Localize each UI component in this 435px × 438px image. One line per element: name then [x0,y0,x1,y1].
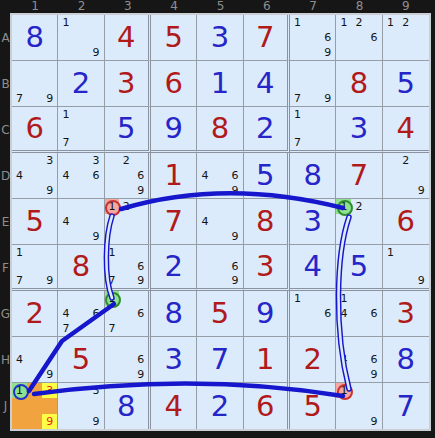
cell-H6[interactable]: 1 [244,337,290,383]
candidate-empty [58,398,73,413]
candidate-empty [89,321,104,336]
cell-J5[interactable]: 2 [197,383,243,429]
candidate-empty [119,337,133,352]
candidate-grid: 269 [105,153,148,198]
candidate-empty [105,229,119,244]
cell-value: 3 [336,107,381,150]
candidate-7: 7 [12,274,27,288]
candidate-7: 7 [58,321,73,336]
candidate-6: 6 [134,352,148,367]
cell-E3[interactable]: 12 [105,199,151,245]
candidate-9: 9 [414,183,429,198]
cell-A5[interactable]: 3 [197,15,243,61]
cell-G9[interactable]: 3 [383,291,429,337]
cell-H8[interactable]: 469 [336,337,382,383]
cell-value: 7 [336,153,381,198]
cell-E8[interactable]: 12 [336,199,382,245]
candidate-empty [414,259,429,273]
cell-value: 8 [336,61,381,106]
candidate-1-marked: 1 [12,383,27,398]
cell-A2[interactable]: 19 [58,15,104,61]
candidate-digit: 9 [371,368,378,381]
candidate-empty [73,121,88,135]
candidate-3-marked: 3 [42,383,57,398]
candidate-9-marked: 9 [42,414,57,429]
candidate-grid: 49 [12,337,57,382]
candidate-empty [351,398,366,413]
candidate-digit: 9 [137,368,144,381]
candidate-empty [27,274,42,288]
cell-B3[interactable]: 3 [105,61,151,107]
cell-B5[interactable]: 1 [197,61,243,107]
candidate-1-marked: 1 [105,291,119,306]
cell-F8[interactable]: 5 [336,245,382,291]
candidate-grid: 19 [383,245,429,288]
candidate-empty [105,259,119,273]
candidate-empty [119,183,133,198]
candidate-empty [119,245,133,259]
candidate-empty [12,153,27,168]
candidate-3: 3 [89,153,104,168]
candidate-empty [351,30,366,45]
candidate-4: 4 [336,352,351,367]
candidate-empty [367,45,382,60]
candidate-3: 3 [89,383,104,398]
candidate-6: 6 [320,306,335,321]
cell-H3[interactable]: 69 [105,337,151,383]
cell-value: 8 [290,153,335,198]
candidate-empty [320,61,335,76]
candidate-empty [290,45,305,60]
cell-J7[interactable]: 5 [290,383,336,429]
candidate-empty [351,214,366,229]
candidate-empty [58,121,73,135]
candidate-empty [12,367,27,382]
cell-C8[interactable]: 3 [336,107,382,153]
candidate-empty [212,153,227,168]
candidate-9: 9 [367,414,382,429]
candidate-empty [414,15,429,30]
candidate-empty [351,414,366,429]
candidate-grid: 79 [12,61,57,106]
candidate-9: 9 [228,183,243,198]
candidate-empty [105,337,119,352]
cell-value: 9 [244,291,287,336]
candidate-digit: 6 [232,260,239,273]
cell-C6[interactable]: 2 [244,107,290,153]
candidate-digit: 1 [16,384,23,397]
candidate-empty [305,30,320,45]
candidate-empty [119,291,133,306]
candidate-empty [58,30,73,45]
candidate-empty [105,168,119,183]
cell-H4[interactable]: 3 [151,337,197,383]
candidate-digit: 9 [93,415,100,428]
candidate-digit: 9 [324,92,331,105]
candidate-4: 4 [197,168,212,183]
cell-A9[interactable]: 12 [383,15,429,61]
candidate-empty [73,153,88,168]
candidate-6: 6 [89,168,104,183]
candidate-empty [336,45,351,60]
candidate-empty [320,321,335,336]
cell-value: 2 [197,383,242,429]
cell-J8[interactable]: 19 [336,383,382,429]
candidate-7: 7 [290,91,305,106]
candidate-digit: 7 [16,274,23,287]
candidate-empty [12,398,27,413]
candidate-empty [305,321,320,336]
cell-A4[interactable]: 5 [151,15,197,61]
cell-value: 4 [290,245,335,288]
candidate-empty [119,367,133,382]
cell-B8[interactable]: 8 [336,61,382,107]
candidate-empty [134,337,148,352]
candidate-digit: 7 [62,322,69,335]
cell-J4[interactable]: 4 [151,383,197,429]
candidate-empty [212,259,227,273]
candidate-empty [320,15,335,30]
candidate-7: 7 [105,321,119,336]
cell-B9[interactable]: 5 [383,61,429,107]
candidate-empty [27,153,42,168]
cell-D9[interactable]: 29 [383,153,429,199]
cell-F6[interactable]: 3 [244,245,290,291]
candidate-digit: 4 [16,353,23,366]
cell-value: 5 [244,153,287,198]
candidate-1: 1 [58,107,73,121]
candidate-1: 1 [383,245,398,259]
candidate-digit: 6 [137,169,144,182]
cell-B1[interactable]: 79 [12,61,58,107]
cell-value: 3 [197,15,242,60]
candidate-empty [27,352,42,367]
cell-F2[interactable]: 8 [58,245,104,291]
cell-A3[interactable]: 4 [105,15,151,61]
cell-F1[interactable]: 179 [12,245,58,291]
cell-J1[interactable]: 139 [12,383,58,429]
candidate-1: 1 [290,15,305,30]
candidate-empty [12,76,27,91]
candidate-empty [12,414,27,429]
candidate-empty [12,259,27,273]
cell-J3[interactable]: 8 [105,383,151,429]
cell-B6[interactable]: 4 [244,61,290,107]
candidate-empty [228,199,243,214]
cell-E9[interactable]: 6 [383,199,429,245]
cell-E4[interactable]: 7 [151,199,197,245]
candidate-digit: 9 [46,92,53,105]
cell-value: 4 [244,61,287,106]
cell-D4[interactable]: 1 [151,153,197,199]
candidate-empty [89,214,104,229]
cell-value: 8 [383,337,429,382]
candidate-empty [351,352,366,367]
candidate-empty [212,245,227,259]
candidate-empty [212,229,227,244]
candidate-empty [351,321,366,336]
candidate-digit: 1 [387,246,394,259]
cell-J2[interactable]: 39 [58,383,104,429]
candidate-empty [134,199,148,214]
cell-E2[interactable]: 49 [58,199,104,245]
candidate-empty [398,183,413,198]
candidate-empty [89,15,104,30]
candidate-empty [305,107,320,121]
cell-G4[interactable]: 8 [151,291,197,337]
candidate-6: 6 [320,30,335,45]
candidate-empty [12,337,27,352]
cell-C1[interactable]: 6 [12,107,58,153]
candidate-digit: 4 [340,307,347,320]
candidate-empty [367,398,382,413]
cell-E1[interactable]: 5 [12,199,58,245]
candidate-empty [197,153,212,168]
candidate-1: 1 [12,245,27,259]
candidate-empty [73,291,88,306]
candidate-digit: 9 [46,274,53,287]
candidate-grid: 69 [105,337,148,382]
cell-D6[interactable]: 5 [244,153,290,199]
candidate-empty [27,414,42,429]
candidate-empty [305,121,320,135]
cell-A7[interactable]: 169 [290,15,336,61]
candidate-empty [197,274,212,288]
candidate-9: 9 [228,274,243,288]
candidate-grid: 29 [383,153,429,198]
cell-D7[interactable]: 8 [290,153,336,199]
candidate-9: 9 [42,91,57,106]
candidate-empty [414,30,429,45]
candidate-digit: 9 [371,415,378,428]
candidate-digit: 1 [340,384,347,397]
cell-C4[interactable]: 9 [151,107,197,153]
candidate-9: 9 [320,91,335,106]
cell-D1[interactable]: 349 [12,153,58,199]
candidate-grid: 469 [197,153,242,198]
candidate-digit: 3 [46,384,53,397]
candidate-4: 4 [197,214,212,229]
cell-value: 8 [105,383,148,429]
candidate-grid: 1679 [105,245,148,288]
candidate-empty [290,121,305,135]
cell-F4[interactable]: 2 [151,245,197,291]
board-frame: 8194537169126127923614798561759821734349… [10,13,431,431]
cell-value: 1 [151,153,196,198]
candidate-digit: 1 [62,108,69,121]
cell-B7[interactable]: 79 [290,61,336,107]
cell-H1[interactable]: 49 [12,337,58,383]
candidate-digit: 9 [418,274,425,287]
candidate-digit: 4 [201,169,208,182]
cell-value: 2 [290,337,335,382]
cell-value: 6 [12,107,57,150]
candidate-grid: 349 [12,153,57,198]
cell-E5[interactable]: 49 [197,199,243,245]
candidate-1: 1 [383,15,398,30]
candidate-6: 6 [134,168,148,183]
candidate-empty [305,291,320,306]
cell-B4[interactable]: 6 [151,61,197,107]
candidate-digit: 1 [387,16,394,29]
cell-H2[interactable]: 5 [58,337,104,383]
candidate-digit: 7 [108,274,115,287]
cell-H5[interactable]: 7 [197,337,243,383]
sudoku-board: 8194537169126127923614798561759821734349… [12,15,429,429]
cell-E6[interactable]: 8 [244,199,290,245]
candidate-empty [58,199,73,214]
cell-J9[interactable]: 7 [383,383,429,429]
candidate-empty [367,291,382,306]
candidate-empty [398,45,413,60]
candidate-empty [134,214,148,229]
candidate-empty [105,306,119,321]
column-label-3: 3 [105,0,151,13]
candidate-grid: 146 [336,291,381,336]
candidate-empty [42,245,57,259]
candidate-digit: 7 [108,322,115,335]
candidate-1: 1 [290,107,305,121]
cell-J6[interactable]: 6 [244,383,290,429]
cell-B2[interactable]: 2 [58,61,104,107]
candidate-grid: 169 [290,15,335,60]
candidate-empty [42,76,57,91]
cell-G5[interactable]: 5 [197,291,243,337]
candidate-empty [367,199,382,214]
candidate-empty [58,153,73,168]
cell-F5[interactable]: 69 [197,245,243,291]
candidate-empty [320,107,335,121]
candidate-7: 7 [12,91,27,106]
cell-A8[interactable]: 126 [336,15,382,61]
candidate-digit: 1 [108,200,115,213]
cell-A1[interactable]: 8 [12,15,58,61]
candidate-empty [197,259,212,273]
candidate-empty [320,136,335,150]
candidate-empty [73,383,88,398]
candidate-empty [336,398,351,413]
cell-value: 3 [151,337,196,382]
candidate-6: 6 [134,306,148,321]
candidate-empty [73,398,88,413]
candidate-digit: 6 [93,307,100,320]
cell-value: 9 [151,107,196,150]
cell-value: 8 [244,199,287,244]
cell-F9[interactable]: 19 [383,245,429,291]
candidate-empty [89,183,104,198]
candidate-empty [73,107,88,121]
cell-G8[interactable]: 146 [336,291,382,337]
candidate-empty [290,30,305,45]
candidate-digit: 4 [340,353,347,366]
candidate-grid: 139 [12,383,57,429]
candidate-empty [27,61,42,76]
cell-value: 5 [58,337,103,382]
candidate-empty [134,245,148,259]
candidate-digit: 1 [340,292,347,305]
candidate-empty [73,199,88,214]
candidate-digit: 9 [46,368,53,381]
candidate-empty [105,367,119,382]
cell-H7[interactable]: 2 [290,337,336,383]
candidate-6: 6 [228,259,243,273]
candidate-empty [336,337,351,352]
cell-E7[interactable]: 3 [290,199,336,245]
cell-H9[interactable]: 8 [383,337,429,383]
cell-F7[interactable]: 4 [290,245,336,291]
candidate-digit: 6 [371,353,378,366]
cell-value: 6 [151,61,196,106]
candidate-empty [119,352,133,367]
candidate-empty [367,229,382,244]
candidate-empty [73,183,88,198]
candidate-grid: 19 [58,15,103,60]
candidate-empty [305,306,320,321]
candidate-empty [367,214,382,229]
cell-G2[interactable]: 467 [58,291,104,337]
cell-G1[interactable]: 2 [12,291,58,337]
candidate-9: 9 [134,183,148,198]
candidate-6: 6 [134,259,148,273]
cell-F3[interactable]: 1679 [105,245,151,291]
cell-D5[interactable]: 469 [197,153,243,199]
cell-C2[interactable]: 17 [58,107,104,153]
candidate-empty [58,229,73,244]
candidate-digit: 4 [62,169,69,182]
candidate-empty [351,367,366,382]
candidate-empty [89,398,104,413]
cell-D8[interactable]: 7 [336,153,382,199]
cell-G6[interactable]: 9 [244,291,290,337]
candidate-4: 4 [336,306,351,321]
candidate-empty [27,91,42,106]
candidate-empty [42,398,57,413]
cell-value: 7 [383,383,429,429]
candidate-digit: 1 [294,108,301,121]
cell-G7[interactable]: 16 [290,291,336,337]
candidate-7: 7 [290,136,305,150]
cell-value: 2 [12,291,57,336]
cell-D3[interactable]: 269 [105,153,151,199]
candidate-empty [336,214,351,229]
candidate-empty [134,153,148,168]
candidate-2: 2 [398,15,413,30]
candidate-digit: 7 [294,92,301,105]
candidate-empty [119,214,133,229]
cell-C9[interactable]: 4 [383,107,429,153]
cell-A6[interactable]: 7 [244,15,290,61]
candidate-empty [119,274,133,288]
candidate-grid: 49 [58,199,103,244]
candidate-digit: 9 [137,184,144,197]
cell-C3[interactable]: 5 [105,107,151,153]
candidate-digit: 1 [340,16,347,29]
candidate-empty [27,383,42,398]
candidate-grid: 17 [290,107,335,150]
candidate-empty [89,136,104,150]
cell-value: 7 [197,337,242,382]
cell-D2[interactable]: 346 [58,153,104,199]
cell-C5[interactable]: 8 [197,107,243,153]
cell-C7[interactable]: 17 [290,107,336,153]
candidate-grid: 49 [197,199,242,244]
cell-G3[interactable]: 167 [105,291,151,337]
candidate-1: 1 [336,15,351,30]
candidate-4: 4 [58,168,73,183]
candidate-1-marked: 1 [336,199,351,214]
candidate-grid: 469 [336,337,381,382]
candidate-digit: 9 [46,184,53,197]
